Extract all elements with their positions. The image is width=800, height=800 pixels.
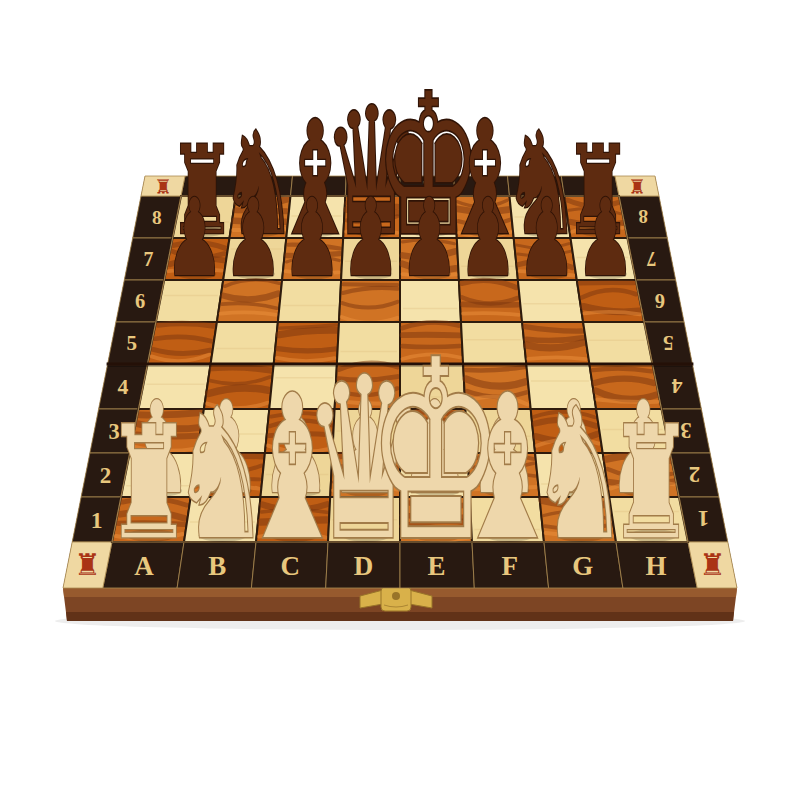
- piece-black-pawn-d7[interactable]: ♟: [341, 175, 401, 300]
- square-a5[interactable]: [148, 322, 217, 364]
- piece-black-pawn-f7[interactable]: ♟: [458, 175, 518, 300]
- chess-board-photo: ABCDEFGHABCDEFGH8877665544332211♜♜♜♜♜♞♝♛…: [0, 0, 800, 800]
- rook-icon: ♜: [699, 547, 726, 582]
- rook-icon: ♜: [74, 547, 101, 582]
- piece-black-pawn-b7[interactable]: ♟: [224, 175, 284, 300]
- piece-black-pawn-g7[interactable]: ♟: [517, 175, 577, 300]
- rank-label-8-right: 8: [638, 206, 648, 227]
- rank-label-8-left: 8: [152, 207, 162, 228]
- rank-label-5-right: 5: [663, 331, 674, 355]
- piece-black-pawn-h7[interactable]: ♟: [576, 175, 636, 300]
- rank-label-5-left: 5: [126, 331, 137, 355]
- rank-label-1-right: 1: [698, 506, 710, 532]
- piece-black-pawn-c7[interactable]: ♟: [282, 175, 342, 300]
- piece-white-rook-h1[interactable]: ♜: [608, 392, 694, 572]
- rank-label-7-right: 7: [647, 248, 657, 270]
- rank-label-1-left: 1: [91, 507, 103, 533]
- product-photo-background: ABCDEFGHABCDEFGH8877665544332211♜♜♜♜♜♞♝♛…: [0, 0, 800, 800]
- square-h5[interactable]: [583, 322, 652, 364]
- piece-black-pawn-e7[interactable]: ♟: [400, 175, 460, 300]
- rank-label-7-left: 7: [143, 248, 153, 270]
- rank-label-6-left: 6: [135, 290, 145, 312]
- chess-set-photo: ABCDEFGHABCDEFGH8877665544332211♜♜♜♜♜♞♝♛…: [0, 0, 800, 800]
- rank-label-6-right: 6: [655, 290, 665, 312]
- piece-black-pawn-a7[interactable]: ♟: [165, 175, 225, 300]
